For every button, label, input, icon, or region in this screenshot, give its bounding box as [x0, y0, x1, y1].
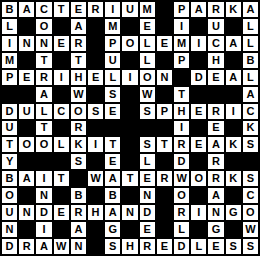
block-cell-r6c8 [122, 87, 137, 102]
letter-cell-r9c3[interactable]: O [36, 137, 51, 152]
letter-cell-r3c15[interactable]: L [243, 36, 258, 51]
letter-cell-r13c3[interactable]: D [36, 205, 51, 220]
letter-cell-r5c1[interactable]: P [2, 70, 17, 85]
letter-cell-r6c9[interactable]: W [140, 87, 155, 102]
letter-cell-r7c4[interactable]: C [54, 104, 69, 119]
letter-cell-r11c12[interactable]: O [191, 171, 206, 186]
letter-cell-r9c6[interactable]: I [88, 137, 103, 152]
letter-cell-r4c3[interactable]: T [36, 53, 51, 68]
letter-cell-r1c6[interactable]: R [88, 2, 103, 17]
block-cell-r6c4 [54, 87, 69, 102]
block-cell-r6c14 [226, 87, 241, 102]
letter-cell-r4c1[interactable]: M [2, 53, 17, 68]
block-cell-r8c4 [54, 121, 69, 136]
letter-cell-r4c5[interactable]: T [71, 53, 86, 68]
letter-cell-r12c3[interactable]: N [36, 188, 51, 203]
block-cell-r4c8 [122, 53, 137, 68]
letter-cell-r9c4[interactable]: L [54, 137, 69, 152]
block-cell-r3c6 [88, 36, 103, 51]
letter-cell-r6c7[interactable]: S [105, 87, 120, 102]
block-cell-r14c14 [226, 222, 241, 237]
letter-cell-r3c3[interactable]: N [36, 36, 51, 51]
letter-cell-r12c11[interactable]: O [174, 188, 189, 203]
letter-cell-r8c5[interactable]: R [71, 121, 86, 136]
letter-cell-r1c8[interactable]: U [122, 2, 137, 17]
letter-cell-r5c8[interactable]: I [122, 70, 137, 85]
letter-cell-r4c11[interactable]: P [174, 53, 189, 68]
letter-cell-r6c15[interactable]: A [243, 87, 258, 102]
letter-cell-r14c5[interactable]: A [71, 222, 86, 237]
block-cell-r6c12 [191, 87, 206, 102]
block-cell-r2c6 [88, 19, 103, 34]
letter-cell-r12c5[interactable]: B [71, 188, 86, 203]
block-cell-r6c6 [88, 87, 103, 102]
letter-cell-r11c1[interactable]: B [2, 171, 17, 186]
letter-cell-r15c8[interactable]: H [122, 239, 137, 254]
block-cell-r10c6 [88, 154, 103, 169]
letter-cell-r12c9[interactable]: N [140, 188, 155, 203]
block-cell-r4c2 [19, 53, 34, 68]
letter-cell-r4c9[interactable]: L [140, 53, 155, 68]
letter-cell-r10c7[interactable]: E [105, 154, 120, 169]
block-cell-r8c10 [157, 121, 172, 136]
letter-cell-r13c6[interactable]: H [88, 205, 103, 220]
letter-cell-r3c7[interactable]: P [105, 36, 120, 51]
block-cell-r2c8 [122, 19, 137, 34]
letter-cell-r8c13[interactable]: E [208, 121, 223, 136]
block-cell-r4c4 [54, 53, 69, 68]
letter-cell-r13c2[interactable]: N [19, 205, 34, 220]
letter-cell-r7c10[interactable]: P [157, 104, 172, 119]
letter-cell-r7c15[interactable]: C [243, 104, 258, 119]
block-cell-r6c1 [2, 87, 17, 102]
letter-cell-r15c9[interactable]: R [140, 239, 155, 254]
letter-cell-r8c1[interactable]: U [2, 121, 17, 136]
letter-cell-r1c5[interactable]: E [71, 2, 86, 17]
block-cell-r4c6 [88, 53, 103, 68]
letter-cell-r5c12[interactable]: D [191, 70, 206, 85]
letter-cell-r11c11[interactable]: W [174, 171, 189, 186]
block-cell-r8c7 [105, 121, 120, 136]
letter-cell-r15c3[interactable]: A [36, 239, 51, 254]
letter-cell-r1c4[interactable]: T [54, 2, 69, 17]
block-cell-r12c14 [226, 188, 241, 203]
letter-cell-r14c3[interactable]: I [36, 222, 51, 237]
letter-cell-r12c13[interactable]: A [208, 188, 223, 203]
block-cell-r8c9 [140, 121, 155, 136]
block-cell-r10c12 [191, 154, 206, 169]
letter-cell-r1c3[interactable]: C [36, 2, 51, 17]
letter-cell-r11c6[interactable]: W [88, 171, 103, 186]
block-cell-r2c14 [226, 19, 241, 34]
letter-cell-r11c15[interactable]: S [243, 171, 258, 186]
block-cell-r2c2 [19, 19, 34, 34]
letter-cell-r5c2[interactable]: E [19, 70, 34, 85]
letter-cell-r7c11[interactable]: H [174, 104, 189, 119]
letter-cell-r13c8[interactable]: N [122, 205, 137, 220]
block-cell-r11c5 [71, 171, 86, 186]
letter-cell-r11c3[interactable]: I [36, 171, 51, 186]
letter-cell-r13c1[interactable]: U [2, 205, 17, 220]
letter-cell-r5c3[interactable]: R [36, 70, 51, 85]
letter-cell-r15c13[interactable]: E [208, 239, 223, 254]
block-cell-r12c4 [54, 188, 69, 203]
letter-cell-r4c15[interactable]: B [243, 53, 258, 68]
letter-cell-r15c10[interactable]: E [157, 239, 172, 254]
letter-cell-r3c4[interactable]: E [54, 36, 69, 51]
letter-cell-r4c7[interactable]: U [105, 53, 120, 68]
letter-cell-r11c13[interactable]: R [208, 171, 223, 186]
letter-cell-r13c4[interactable]: E [54, 205, 69, 220]
letter-cell-r11c10[interactable]: R [157, 171, 172, 186]
letter-cell-r9c9[interactable]: S [140, 137, 155, 152]
letter-cell-r10c13[interactable]: R [208, 154, 223, 169]
letter-cell-r5c9[interactable]: O [140, 70, 155, 85]
letter-cell-r14c15[interactable]: W [243, 222, 258, 237]
letter-cell-r13c14[interactable]: G [226, 205, 241, 220]
letter-cell-r6c11[interactable]: T [174, 87, 189, 102]
letter-cell-r7c14[interactable]: I [226, 104, 241, 119]
block-cell-r9c8 [122, 137, 137, 152]
block-cell-r10c4 [54, 154, 69, 169]
letter-cell-r7c7[interactable]: E [105, 104, 120, 119]
letter-cell-r11c14[interactable]: K [226, 171, 241, 186]
letter-cell-r3c1[interactable]: I [2, 36, 17, 51]
block-cell-r14c2 [19, 222, 34, 237]
letter-cell-r11c9[interactable]: E [140, 171, 155, 186]
letter-cell-r11c7[interactable]: A [105, 171, 120, 186]
letter-cell-r8c3[interactable]: T [36, 121, 51, 136]
block-cell-r8c8 [122, 121, 137, 136]
letter-cell-r1c15[interactable]: A [243, 2, 258, 17]
block-cell-r6c10 [157, 87, 172, 102]
block-cell-r12c12 [191, 188, 206, 203]
letter-cell-r3c14[interactable]: A [226, 36, 241, 51]
letter-cell-r15c15[interactable]: S [243, 239, 258, 254]
letter-cell-r9c12[interactable]: E [191, 137, 206, 152]
letter-cell-r7c12[interactable]: E [191, 104, 206, 119]
letter-cell-r9c1[interactable]: T [2, 137, 17, 152]
letter-cell-r2c13[interactable]: U [208, 19, 223, 34]
block-cell-r12c10 [157, 188, 172, 203]
letter-cell-r6c3[interactable]: A [36, 87, 51, 102]
letter-cell-r15c2[interactable]: R [19, 239, 34, 254]
letter-cell-r5c13[interactable]: E [208, 70, 223, 85]
letter-cell-r1c1[interactable]: B [2, 2, 17, 17]
letter-cell-r2c15[interactable]: L [243, 19, 258, 34]
letter-cell-r2c3[interactable]: O [36, 19, 51, 34]
letter-cell-r10c11[interactable]: D [174, 154, 189, 169]
letter-cell-r9c2[interactable]: O [19, 137, 34, 152]
block-cell-r14c10 [157, 222, 172, 237]
letter-cell-r9c14[interactable]: K [226, 137, 241, 152]
block-cell-r8c14 [226, 121, 241, 136]
block-cell-r6c2 [19, 87, 34, 102]
letter-cell-r7c2[interactable]: U [19, 104, 34, 119]
block-cell-r4c10 [157, 53, 172, 68]
block-cell-r8c12 [191, 121, 206, 136]
letter-cell-r12c7[interactable]: B [105, 188, 120, 203]
letter-cell-r3c9[interactable]: L [140, 36, 155, 51]
letter-cell-r13c11[interactable]: R [174, 205, 189, 220]
letter-cell-r7c5[interactable]: O [71, 104, 86, 119]
letter-cell-r7c13[interactable]: R [208, 104, 223, 119]
letter-cell-r8c15[interactable]: K [243, 121, 258, 136]
letter-cell-r7c6[interactable]: S [88, 104, 103, 119]
letter-cell-r5c5[interactable]: H [71, 70, 86, 85]
letter-cell-r3c11[interactable]: M [174, 36, 189, 51]
letter-cell-r3c8[interactable]: O [122, 36, 137, 51]
letter-cell-r5c4[interactable]: I [54, 70, 69, 85]
letter-cell-r2c7[interactable]: M [105, 19, 120, 34]
letter-cell-r15c5[interactable]: N [71, 239, 86, 254]
letter-cell-r9c7[interactable]: T [105, 137, 120, 152]
letter-cell-r3c10[interactable]: E [157, 36, 172, 51]
letter-cell-r14c13[interactable]: G [208, 222, 223, 237]
letter-cell-r15c14[interactable]: S [226, 239, 241, 254]
block-cell-r13c10 [157, 205, 172, 220]
letter-cell-r9c10[interactable]: T [157, 137, 172, 152]
block-cell-r14c4 [54, 222, 69, 237]
letter-cell-r5c10[interactable]: N [157, 70, 172, 85]
letter-cell-r9c11[interactable]: R [174, 137, 189, 152]
letter-cell-r1c13[interactable]: R [208, 2, 223, 17]
letter-cell-r15c11[interactable]: D [174, 239, 189, 254]
letter-cell-r14c7[interactable]: G [105, 222, 120, 237]
block-cell-r10c15 [243, 154, 258, 169]
block-cell-r2c10 [157, 19, 172, 34]
letter-cell-r1c11[interactable]: P [174, 2, 189, 17]
letter-cell-r5c15[interactable]: L [243, 70, 258, 85]
letter-cell-r14c9[interactable]: E [140, 222, 155, 237]
crossword-board: BACTERIUMPARKALOAMEIULINNERPOLEMICALMTTU… [0, 0, 260, 256]
letter-cell-r9c5[interactable]: K [71, 137, 86, 152]
block-cell-r12c8 [122, 188, 137, 203]
letter-cell-r7c9[interactable]: S [140, 104, 155, 119]
letter-cell-r13c12[interactable]: I [191, 205, 206, 220]
block-cell-r10c2 [19, 154, 34, 169]
block-cell-r14c6 [88, 222, 103, 237]
letter-cell-r15c4[interactable]: W [54, 239, 69, 254]
block-cell-r6c13 [208, 87, 223, 102]
block-cell-r10c14 [226, 154, 241, 169]
letter-cell-r13c7[interactable]: A [105, 205, 120, 220]
letter-cell-r10c1[interactable]: Y [2, 154, 17, 169]
block-cell-r10c3 [36, 154, 51, 169]
letter-cell-r3c12[interactable]: I [191, 36, 206, 51]
letter-cell-r11c8[interactable]: T [122, 171, 137, 186]
block-cell-r8c2 [19, 121, 34, 136]
block-cell-r10c8 [122, 154, 137, 169]
letter-cell-r13c9[interactable]: D [140, 205, 155, 220]
block-cell-r15c6 [88, 239, 103, 254]
letter-cell-r2c9[interactable]: E [140, 19, 155, 34]
block-cell-r1c10 [157, 2, 172, 17]
block-cell-r2c4 [54, 19, 69, 34]
letter-cell-r11c2[interactable]: A [19, 171, 34, 186]
block-cell-r12c2 [19, 188, 34, 203]
letter-cell-r8c11[interactable]: I [174, 121, 189, 136]
letter-cell-r9c13[interactable]: A [208, 137, 223, 152]
letter-cell-r3c2[interactable]: N [19, 36, 34, 51]
letter-cell-r7c1[interactable]: D [2, 104, 17, 119]
letter-cell-r10c9[interactable]: L [140, 154, 155, 169]
block-cell-r4c12 [191, 53, 206, 68]
letter-cell-r5c7[interactable]: L [105, 70, 120, 85]
letter-cell-r15c7[interactable]: S [105, 239, 120, 254]
letter-cell-r12c15[interactable]: C [243, 188, 258, 203]
letter-cell-r9c15[interactable]: S [243, 137, 258, 152]
letter-cell-r14c11[interactable]: L [174, 222, 189, 237]
letter-cell-r6c5[interactable]: W [71, 87, 86, 102]
letter-cell-r15c12[interactable]: L [191, 239, 206, 254]
letter-cell-r12c1[interactable]: O [2, 188, 17, 203]
block-cell-r8c6 [88, 121, 103, 136]
letter-cell-r10c5[interactable]: S [71, 154, 86, 169]
letter-cell-r13c5[interactable]: R [71, 205, 86, 220]
letter-cell-r2c1[interactable]: L [2, 19, 17, 34]
letter-cell-r3c13[interactable]: C [208, 36, 223, 51]
letter-cell-r1c14[interactable]: K [226, 2, 241, 17]
block-cell-r5c11 [174, 70, 189, 85]
letter-cell-r13c13[interactable]: N [208, 205, 223, 220]
letter-cell-r15c1[interactable]: D [2, 239, 17, 254]
letter-cell-r1c2[interactable]: A [19, 2, 34, 17]
letter-cell-r1c7[interactable]: I [105, 2, 120, 17]
letter-cell-r3c5[interactable]: R [71, 36, 86, 51]
block-cell-r10c10 [157, 154, 172, 169]
letter-cell-r11c4[interactable]: T [54, 171, 69, 186]
letter-cell-r14c1[interactable]: N [2, 222, 17, 237]
letter-cell-r1c9[interactable]: M [140, 2, 155, 17]
letter-cell-r13c15[interactable]: O [243, 205, 258, 220]
letter-cell-r1c12[interactable]: A [191, 2, 206, 17]
letter-cell-r4c13[interactable]: H [208, 53, 223, 68]
block-cell-r14c12 [191, 222, 206, 237]
block-cell-r12c6 [88, 188, 103, 203]
letter-cell-r5c6[interactable]: E [88, 70, 103, 85]
letter-cell-r5c14[interactable]: A [226, 70, 241, 85]
letter-cell-r7c3[interactable]: L [36, 104, 51, 119]
letter-cell-r2c5[interactable]: A [71, 19, 86, 34]
block-cell-r14c8 [122, 222, 137, 237]
block-cell-r7c8 [122, 104, 137, 119]
letter-cell-r2c11[interactable]: I [174, 19, 189, 34]
block-cell-r4c14 [226, 53, 241, 68]
block-cell-r2c12 [191, 19, 206, 34]
